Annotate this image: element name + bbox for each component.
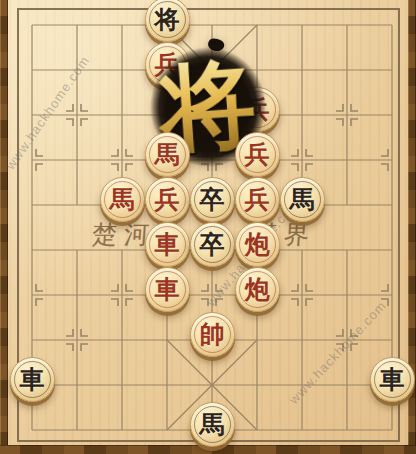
piece-glyph: 車 bbox=[155, 277, 180, 302]
piece-black-general[interactable]: 将 bbox=[145, 0, 190, 42]
piece-red-soldier-1[interactable]: 兵 bbox=[145, 42, 190, 87]
piece-glyph: 将 bbox=[155, 7, 180, 32]
piece-red-horse-2[interactable]: 馬 bbox=[100, 177, 145, 222]
piece-black-chariot-1[interactable]: 車 bbox=[10, 357, 55, 402]
piece-glyph: 兵 bbox=[245, 142, 270, 167]
piece-glyph: 炮 bbox=[245, 277, 270, 302]
piece-glyph: 車 bbox=[380, 367, 405, 392]
piece-glyph: 卒 bbox=[200, 232, 225, 257]
piece-red-soldier-5[interactable]: 兵 bbox=[235, 177, 280, 222]
piece-glyph: 炮 bbox=[245, 232, 270, 257]
piece-black-horse-1[interactable]: 馬 bbox=[280, 177, 325, 222]
piece-glyph: 兵 bbox=[245, 187, 270, 212]
piece-black-soldier-1[interactable]: 卒 bbox=[190, 177, 235, 222]
piece-red-chariot-1[interactable]: 車 bbox=[145, 222, 190, 267]
piece-glyph: 馬 bbox=[110, 187, 135, 212]
piece-glyph: 卒 bbox=[200, 187, 225, 212]
piece-glyph: 兵 bbox=[155, 52, 180, 77]
xiangqi-board[interactable]: 楚河 漢界 www.hackhome.com www.hackhome.com … bbox=[0, 0, 416, 454]
piece-glyph: 馬 bbox=[200, 412, 225, 437]
piece-red-horse-1[interactable]: 馬 bbox=[145, 132, 190, 177]
piece-glyph: 馬 bbox=[155, 142, 180, 167]
piece-glyph: 帥 bbox=[200, 322, 225, 347]
piece-red-general[interactable]: 帥 bbox=[190, 312, 235, 357]
piece-red-soldier-3[interactable]: 兵 bbox=[235, 132, 280, 177]
piece-red-chariot-2[interactable]: 車 bbox=[145, 267, 190, 312]
piece-glyph: 兵 bbox=[245, 97, 270, 122]
piece-red-soldier-2[interactable]: 兵 bbox=[235, 87, 280, 132]
piece-glyph: 兵 bbox=[155, 187, 180, 212]
piece-glyph: 馬 bbox=[290, 187, 315, 212]
piece-red-cannon-1[interactable]: 炮 bbox=[235, 222, 280, 267]
piece-red-cannon-2[interactable]: 炮 bbox=[235, 267, 280, 312]
piece-glyph: 車 bbox=[20, 367, 45, 392]
piece-black-horse-2[interactable]: 馬 bbox=[190, 402, 235, 447]
piece-red-soldier-4[interactable]: 兵 bbox=[145, 177, 190, 222]
piece-black-soldier-2[interactable]: 卒 bbox=[190, 222, 235, 267]
piece-glyph: 車 bbox=[155, 232, 180, 257]
piece-black-chariot-2[interactable]: 車 bbox=[370, 357, 415, 402]
